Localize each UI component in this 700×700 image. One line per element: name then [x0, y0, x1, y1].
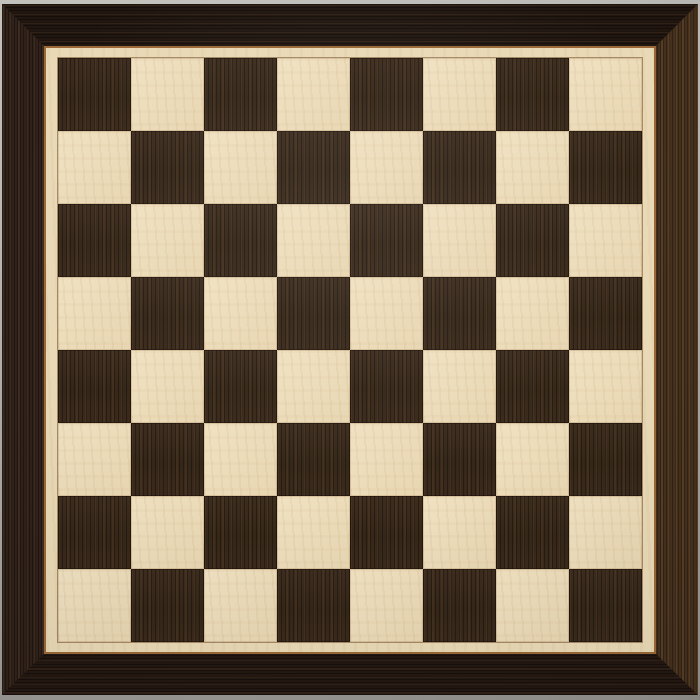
square-r1c8[interactable]	[569, 58, 642, 131]
square-r8c1[interactable]	[58, 569, 131, 642]
square-r1c4[interactable]	[277, 58, 350, 131]
square-r1c2[interactable]	[131, 58, 204, 131]
square-r6c6[interactable]	[423, 423, 496, 496]
square-r4c7[interactable]	[496, 277, 569, 350]
board-grid	[58, 58, 642, 642]
square-r5c4[interactable]	[277, 350, 350, 423]
square-r2c3[interactable]	[204, 131, 277, 204]
square-r2c8[interactable]	[569, 131, 642, 204]
square-r1c5[interactable]	[350, 58, 423, 131]
board-maple-margin	[46, 48, 654, 652]
square-r8c8[interactable]	[569, 569, 642, 642]
square-r1c6[interactable]	[423, 58, 496, 131]
square-r2c4[interactable]	[277, 131, 350, 204]
square-r2c1[interactable]	[58, 131, 131, 204]
square-r7c8[interactable]	[569, 496, 642, 569]
square-r6c8[interactable]	[569, 423, 642, 496]
square-r8c3[interactable]	[204, 569, 277, 642]
square-r5c3[interactable]	[204, 350, 277, 423]
square-r1c3[interactable]	[204, 58, 277, 131]
square-r6c5[interactable]	[350, 423, 423, 496]
square-r7c3[interactable]	[204, 496, 277, 569]
square-r3c4[interactable]	[277, 204, 350, 277]
square-r4c1[interactable]	[58, 277, 131, 350]
square-r8c6[interactable]	[423, 569, 496, 642]
square-r8c5[interactable]	[350, 569, 423, 642]
square-r4c3[interactable]	[204, 277, 277, 350]
square-r5c6[interactable]	[423, 350, 496, 423]
square-r6c4[interactable]	[277, 423, 350, 496]
square-r4c6[interactable]	[423, 277, 496, 350]
square-r3c1[interactable]	[58, 204, 131, 277]
square-r5c2[interactable]	[131, 350, 204, 423]
square-r3c5[interactable]	[350, 204, 423, 277]
square-r8c2[interactable]	[131, 569, 204, 642]
square-r7c5[interactable]	[350, 496, 423, 569]
square-r7c4[interactable]	[277, 496, 350, 569]
board-frame-bottom	[2, 652, 698, 695]
square-r6c2[interactable]	[131, 423, 204, 496]
chessboard	[2, 4, 698, 695]
square-r2c7[interactable]	[496, 131, 569, 204]
square-r8c7[interactable]	[496, 569, 569, 642]
square-r1c1[interactable]	[58, 58, 131, 131]
square-r6c1[interactable]	[58, 423, 131, 496]
board-frame-top	[2, 4, 698, 48]
square-r5c7[interactable]	[496, 350, 569, 423]
square-r4c2[interactable]	[131, 277, 204, 350]
square-r5c8[interactable]	[569, 350, 642, 423]
square-r2c2[interactable]	[131, 131, 204, 204]
square-r5c5[interactable]	[350, 350, 423, 423]
square-r7c6[interactable]	[423, 496, 496, 569]
square-r2c6[interactable]	[423, 131, 496, 204]
square-r3c7[interactable]	[496, 204, 569, 277]
square-r3c6[interactable]	[423, 204, 496, 277]
square-r5c1[interactable]	[58, 350, 131, 423]
square-r3c8[interactable]	[569, 204, 642, 277]
square-r4c5[interactable]	[350, 277, 423, 350]
square-r3c3[interactable]	[204, 204, 277, 277]
board-frame-right	[654, 4, 698, 695]
square-r1c7[interactable]	[496, 58, 569, 131]
square-r7c2[interactable]	[131, 496, 204, 569]
square-r8c4[interactable]	[277, 569, 350, 642]
board-frame-left	[2, 4, 46, 695]
square-r7c1[interactable]	[58, 496, 131, 569]
square-r4c8[interactable]	[569, 277, 642, 350]
square-r6c3[interactable]	[204, 423, 277, 496]
square-r6c7[interactable]	[496, 423, 569, 496]
square-r4c4[interactable]	[277, 277, 350, 350]
photo-backdrop	[0, 0, 700, 700]
square-r7c7[interactable]	[496, 496, 569, 569]
square-r3c2[interactable]	[131, 204, 204, 277]
square-r2c5[interactable]	[350, 131, 423, 204]
